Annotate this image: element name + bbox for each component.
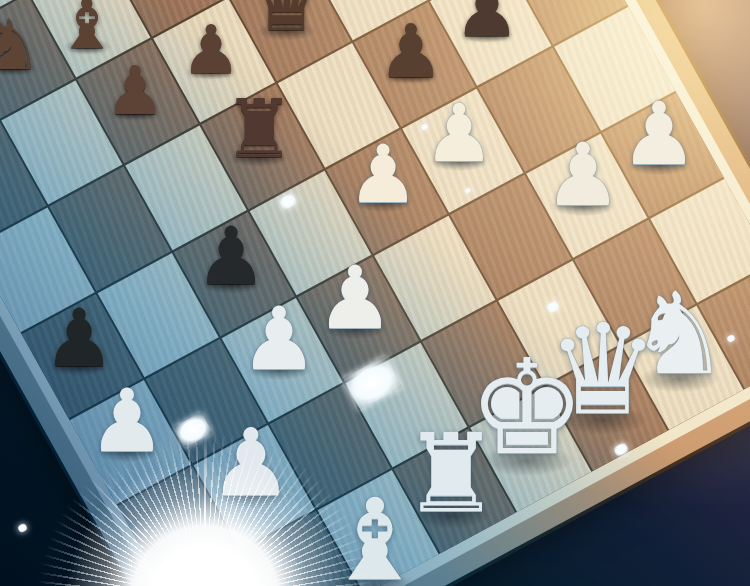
piece-black-rook[interactable]: ♜ <box>223 89 296 170</box>
piece-black-pawn[interactable]: ♟ <box>105 58 165 125</box>
specular-glint <box>16 522 28 533</box>
piece-white-bishop[interactable]: ♝ <box>324 484 425 586</box>
piece-black-pawn[interactable]: ♟ <box>43 299 115 379</box>
piece-black-pawn[interactable]: ♟ <box>195 217 267 297</box>
piece-white-pawn[interactable]: ♟ <box>240 296 318 383</box>
piece-white-pawn[interactable]: ♟ <box>423 94 495 174</box>
piece-white-pawn[interactable]: ♟ <box>88 378 166 465</box>
piece-black-pawn[interactable]: ♟ <box>181 17 241 84</box>
piece-black-pawn[interactable]: ♟ <box>378 14 444 88</box>
piece-white-pawn[interactable]: ♟ <box>544 132 622 219</box>
piece-white-pawn[interactable]: ♟ <box>209 417 292 510</box>
piece-white-pawn[interactable]: ♟ <box>316 255 394 342</box>
piece-white-pawn[interactable]: ♟ <box>347 135 419 215</box>
piece-black-bishop[interactable]: ♝ <box>56 0 118 59</box>
chess-scene: ♛♟♝♞♟♟♟♜♟♟♟♟♟♟♟♟♞♛♟♚♟♜♝ <box>0 0 750 586</box>
piece-white-pawn[interactable]: ♟ <box>620 91 698 178</box>
piece-black-queen[interactable]: ♛ <box>249 0 324 43</box>
piece-black-knight[interactable]: ♞ <box>0 11 42 80</box>
piece-black-pawn[interactable]: ♟ <box>454 0 520 47</box>
